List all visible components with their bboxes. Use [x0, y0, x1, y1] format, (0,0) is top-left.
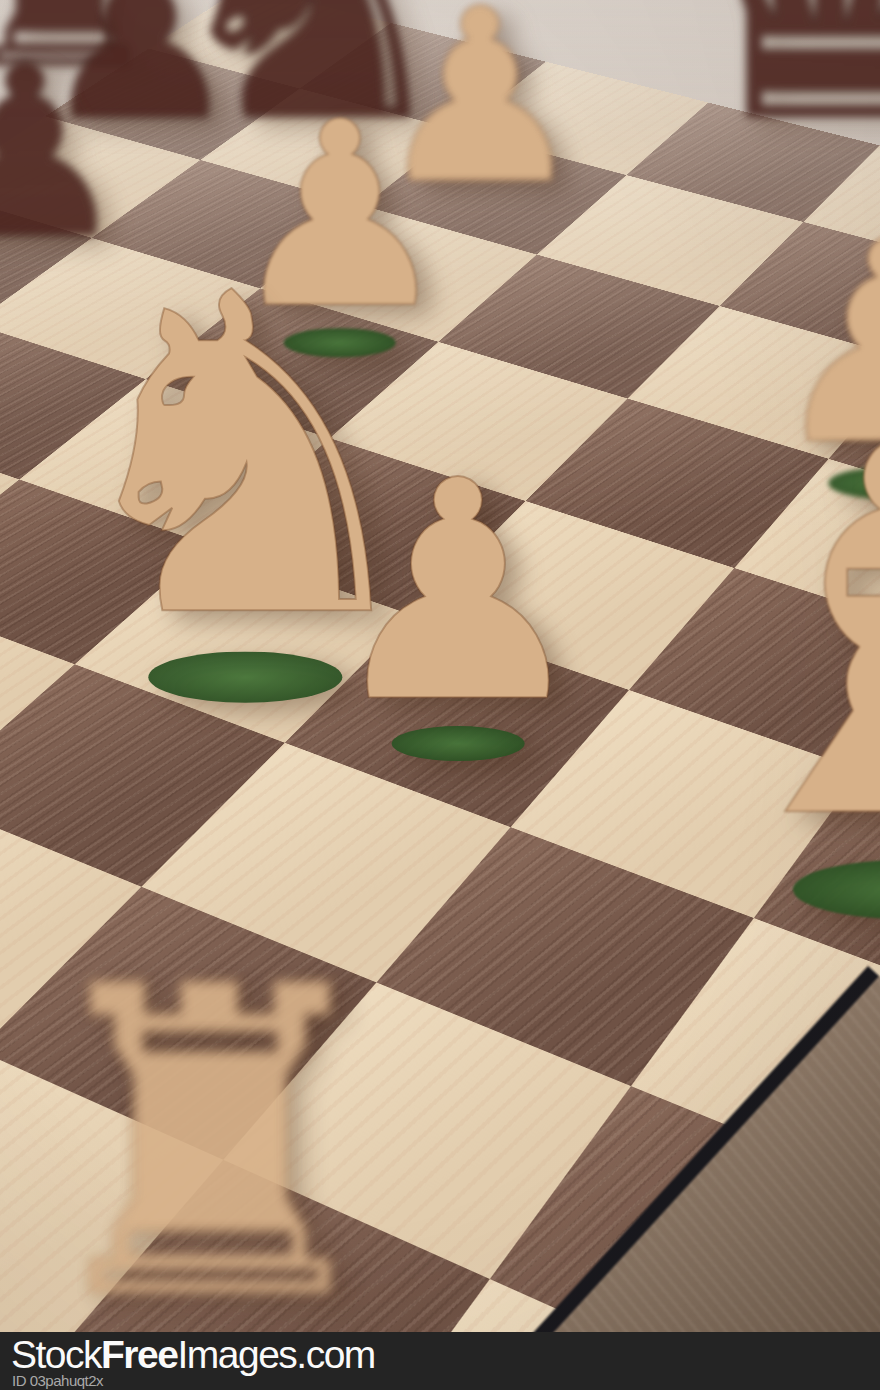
pieces-layer: ♜♞♛♚♟♟♟♟♟♞♟♝♜♚ — [0, 0, 880, 1390]
piece-white-bishop-f4: ♝ — [676, 378, 880, 890]
piece-white-pawn-d4: ♟ — [322, 441, 594, 744]
piece-white-rook-e1: ♜ — [19, 932, 401, 1358]
queen-glyph: ♛ — [657, 0, 880, 177]
rook-glyph: ♜ — [19, 932, 401, 1358]
green-felt-base — [148, 652, 342, 703]
bishop-glyph: ♝ — [676, 378, 880, 890]
piece-black-queen-d8: ♛ — [657, 0, 880, 177]
chess-board-photo: ♜♞♛♚♟♟♟♟♟♞♟♝♜♚ StockFreeImages.com ID 03… — [0, 0, 880, 1390]
green-felt-base — [391, 726, 524, 761]
pawn-glyph: ♟ — [322, 441, 594, 744]
